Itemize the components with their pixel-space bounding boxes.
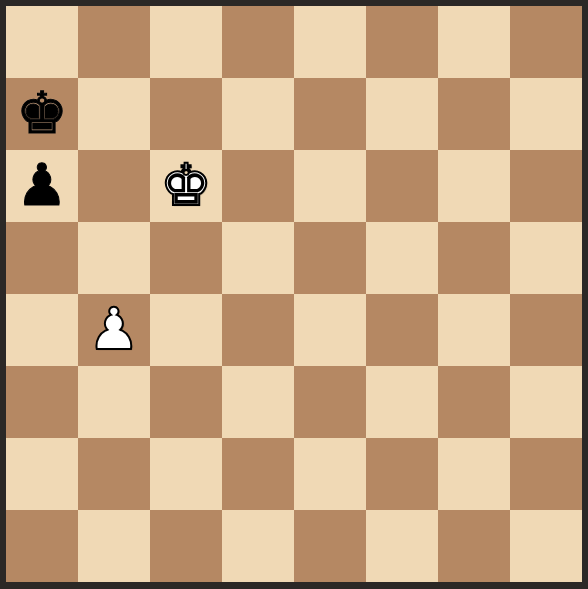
square-h2[interactable]	[510, 438, 582, 510]
square-g5[interactable]	[438, 222, 510, 294]
square-a3[interactable]	[6, 366, 78, 438]
square-c7[interactable]	[150, 78, 222, 150]
square-c4[interactable]	[150, 294, 222, 366]
square-e3[interactable]	[294, 366, 366, 438]
white-pawn[interactable]: ♟	[78, 294, 150, 366]
square-c3[interactable]	[150, 366, 222, 438]
square-f5[interactable]	[366, 222, 438, 294]
square-e8[interactable]	[294, 6, 366, 78]
square-a7[interactable]: ♚	[6, 78, 78, 150]
square-d8[interactable]	[222, 6, 294, 78]
square-d1[interactable]	[222, 510, 294, 582]
square-d7[interactable]	[222, 78, 294, 150]
square-h1[interactable]	[510, 510, 582, 582]
square-c5[interactable]	[150, 222, 222, 294]
square-d6[interactable]	[222, 150, 294, 222]
square-b6[interactable]	[78, 150, 150, 222]
square-c1[interactable]	[150, 510, 222, 582]
square-h3[interactable]	[510, 366, 582, 438]
square-b4[interactable]: ♟	[78, 294, 150, 366]
square-e6[interactable]	[294, 150, 366, 222]
black-king[interactable]: ♚	[6, 78, 78, 150]
square-f1[interactable]	[366, 510, 438, 582]
square-f4[interactable]	[366, 294, 438, 366]
square-a5[interactable]	[6, 222, 78, 294]
square-a2[interactable]	[6, 438, 78, 510]
square-f6[interactable]	[366, 150, 438, 222]
square-d4[interactable]	[222, 294, 294, 366]
chess-board: ♚♟♚♟	[6, 6, 582, 582]
white-king[interactable]: ♚	[150, 150, 222, 222]
square-g3[interactable]	[438, 366, 510, 438]
square-b3[interactable]	[78, 366, 150, 438]
square-f3[interactable]	[366, 366, 438, 438]
board-frame: ♚♟♚♟	[0, 0, 588, 589]
square-a4[interactable]	[6, 294, 78, 366]
square-e4[interactable]	[294, 294, 366, 366]
square-g7[interactable]	[438, 78, 510, 150]
square-e2[interactable]	[294, 438, 366, 510]
square-b5[interactable]	[78, 222, 150, 294]
square-f8[interactable]	[366, 6, 438, 78]
square-g1[interactable]	[438, 510, 510, 582]
square-e1[interactable]	[294, 510, 366, 582]
square-b8[interactable]	[78, 6, 150, 78]
square-a8[interactable]	[6, 6, 78, 78]
square-h7[interactable]	[510, 78, 582, 150]
black-pawn[interactable]: ♟	[6, 150, 78, 222]
square-f7[interactable]	[366, 78, 438, 150]
square-b2[interactable]	[78, 438, 150, 510]
square-c6[interactable]: ♚	[150, 150, 222, 222]
square-d2[interactable]	[222, 438, 294, 510]
square-a6[interactable]: ♟	[6, 150, 78, 222]
square-g6[interactable]	[438, 150, 510, 222]
square-c8[interactable]	[150, 6, 222, 78]
square-h4[interactable]	[510, 294, 582, 366]
square-f2[interactable]	[366, 438, 438, 510]
square-b7[interactable]	[78, 78, 150, 150]
square-e7[interactable]	[294, 78, 366, 150]
square-h5[interactable]	[510, 222, 582, 294]
square-g2[interactable]	[438, 438, 510, 510]
square-d3[interactable]	[222, 366, 294, 438]
square-g4[interactable]	[438, 294, 510, 366]
square-e5[interactable]	[294, 222, 366, 294]
square-g8[interactable]	[438, 6, 510, 78]
square-d5[interactable]	[222, 222, 294, 294]
square-h8[interactable]	[510, 6, 582, 78]
square-c2[interactable]	[150, 438, 222, 510]
square-a1[interactable]	[6, 510, 78, 582]
square-h6[interactable]	[510, 150, 582, 222]
square-b1[interactable]	[78, 510, 150, 582]
